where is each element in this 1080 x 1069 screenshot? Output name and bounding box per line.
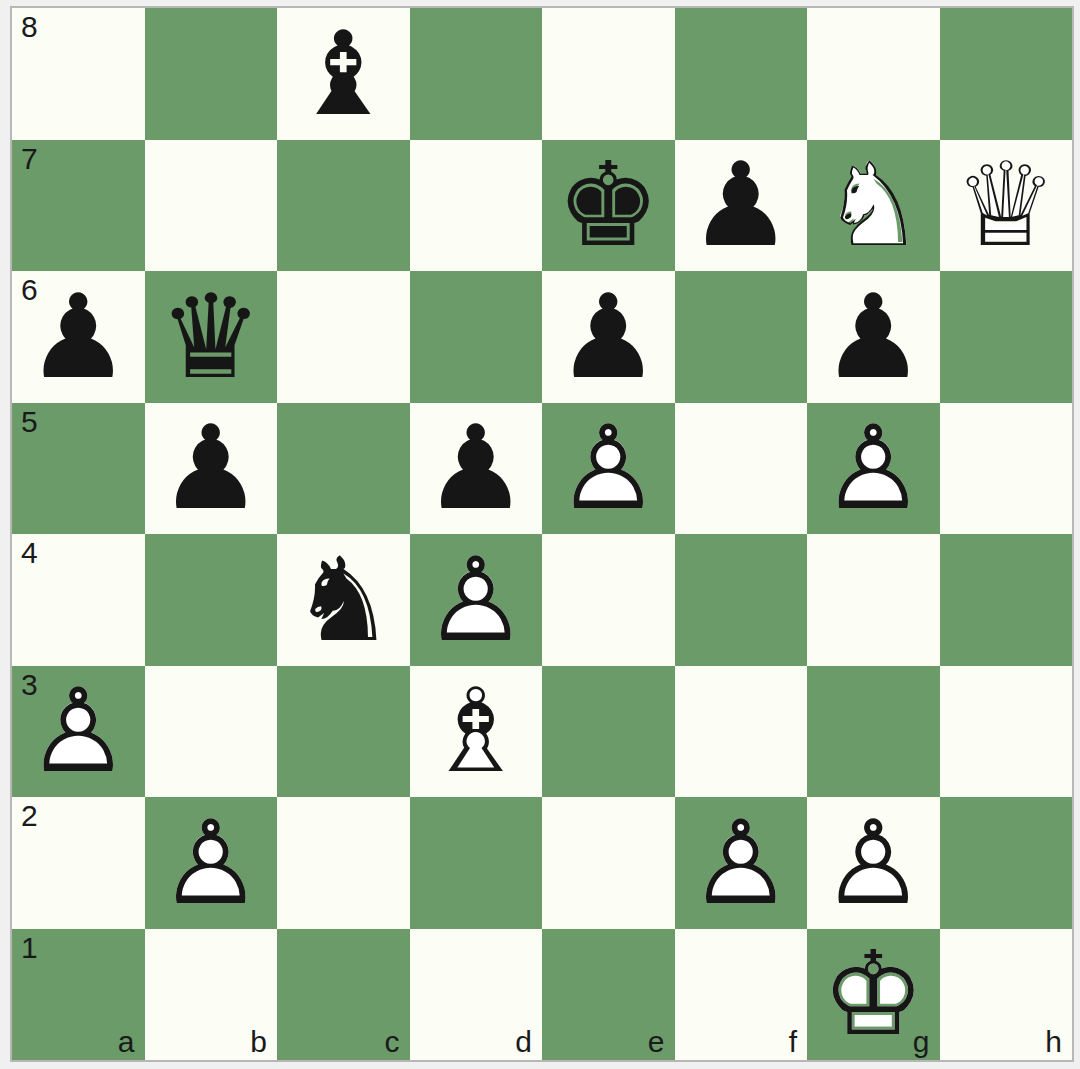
square-a7[interactable]: 7 [12,140,145,272]
square-e2[interactable] [542,797,675,929]
square-b4[interactable] [145,534,278,666]
square-g3[interactable] [807,666,940,798]
piece-black-queen-b6[interactable]: ♛ [145,271,278,403]
square-e6[interactable]: ♟ [542,271,675,403]
square-g5[interactable]: ♟♙ [807,403,940,535]
square-a8[interactable]: 8 [12,8,145,140]
rank-label-7: 7 [21,142,38,175]
pawn-glyph-outline: ♙ [12,666,145,798]
piece-white-pawn-d4[interactable]: ♟♙ [410,534,543,666]
pawn-glyph-outline: ♙ [807,403,940,535]
bishop-glyph: ♝ [277,8,410,140]
pawn-glyph: ♟ [12,271,145,403]
square-c5[interactable] [277,403,410,535]
pawn-glyph-outline: ♙ [145,797,278,929]
rank-label-2: 2 [21,799,38,832]
piece-black-knight-c4[interactable]: ♞ [277,534,410,666]
rank-label-1: 1 [21,931,38,964]
square-f3[interactable] [675,666,808,798]
square-g1[interactable]: g♚♔ [807,929,940,1061]
king-glyph-outline: ♔ [807,929,940,1061]
file-label-c: c [385,1025,400,1058]
queen-glyph-outline: ♕ [940,140,1073,272]
square-g6[interactable]: ♟ [807,271,940,403]
square-a3[interactable]: 3♟♙ [12,666,145,798]
square-b2[interactable]: ♟♙ [145,797,278,929]
square-d4[interactable]: ♟♙ [410,534,543,666]
piece-black-pawn-e6[interactable]: ♟ [542,271,675,403]
rank-label-5: 5 [21,405,38,438]
file-label-e: e [648,1025,665,1058]
file-label-f: f [789,1025,797,1058]
chess-board-grid: 8♝7♚♟♞♘♛♕6♟♛♟♟5♟♟♟♙♟♙4♞♟♙3♟♙♝♗2♟♙♟♙♟♙1ab… [12,8,1072,1060]
square-c3[interactable] [277,666,410,798]
square-f6[interactable] [675,271,808,403]
square-d7[interactable] [410,140,543,272]
square-c2[interactable] [277,797,410,929]
square-e7[interactable]: ♚ [542,140,675,272]
square-b8[interactable] [145,8,278,140]
piece-white-queen-h7[interactable]: ♛♕ [940,140,1073,272]
square-f7[interactable]: ♟ [675,140,808,272]
square-a5[interactable]: 5 [12,403,145,535]
piece-black-pawn-d5[interactable]: ♟ [410,403,543,535]
square-d6[interactable] [410,271,543,403]
square-e5[interactable]: ♟♙ [542,403,675,535]
piece-black-pawn-g6[interactable]: ♟ [807,271,940,403]
queen-glyph: ♛ [145,271,278,403]
bishop-glyph-outline: ♗ [410,666,543,798]
square-d1[interactable]: d [410,929,543,1061]
file-label-h: h [1045,1025,1062,1058]
square-c1[interactable]: c [277,929,410,1061]
piece-white-pawn-a3[interactable]: ♟♙ [12,666,145,798]
square-g2[interactable]: ♟♙ [807,797,940,929]
square-d2[interactable] [410,797,543,929]
file-label-b: b [250,1025,267,1058]
pawn-glyph: ♟ [542,271,675,403]
pawn-glyph-outline: ♙ [410,534,543,666]
square-h2[interactable] [940,797,1073,929]
square-d8[interactable] [410,8,543,140]
square-c4[interactable]: ♞ [277,534,410,666]
pawn-glyph: ♟ [675,140,808,272]
square-a2[interactable]: 2 [12,797,145,929]
piece-black-bishop-c8[interactable]: ♝ [277,8,410,140]
piece-white-pawn-e5[interactable]: ♟♙ [542,403,675,535]
square-e1[interactable]: e [542,929,675,1061]
square-b5[interactable]: ♟ [145,403,278,535]
square-f5[interactable] [675,403,808,535]
pawn-glyph-outline: ♙ [542,403,675,535]
piece-white-pawn-g2[interactable]: ♟♙ [807,797,940,929]
square-h7[interactable]: ♛♕ [940,140,1073,272]
knight-glyph-outline: ♘ [807,140,940,272]
piece-white-king-g1[interactable]: ♚♔ [807,929,940,1061]
piece-white-bishop-d3[interactable]: ♝♗ [410,666,543,798]
pawn-glyph-outline: ♙ [675,797,808,929]
file-label-a: a [118,1025,135,1058]
pawn-glyph: ♟ [807,271,940,403]
pawn-glyph: ♟ [410,403,543,535]
pawn-glyph: ♟ [145,403,278,535]
square-f1[interactable]: f [675,929,808,1061]
pawn-glyph-outline: ♙ [807,797,940,929]
piece-white-knight-g7[interactable]: ♞♘ [807,140,940,272]
chess-board: 8♝7♚♟♞♘♛♕6♟♛♟♟5♟♟♟♙♟♙4♞♟♙3♟♙♝♗2♟♙♟♙♟♙1ab… [10,6,1074,1062]
square-c7[interactable] [277,140,410,272]
square-f4[interactable] [675,534,808,666]
piece-black-pawn-f7[interactable]: ♟ [675,140,808,272]
square-b3[interactable] [145,666,278,798]
piece-black-pawn-a6[interactable]: ♟ [12,271,145,403]
square-h8[interactable] [940,8,1073,140]
square-h6[interactable] [940,271,1073,403]
square-e3[interactable] [542,666,675,798]
square-g4[interactable] [807,534,940,666]
square-b7[interactable] [145,140,278,272]
square-a1[interactable]: 1a [12,929,145,1061]
square-b1[interactable]: b [145,929,278,1061]
rank-label-4: 4 [21,536,38,569]
king-glyph: ♚ [542,140,675,272]
square-g8[interactable] [807,8,940,140]
piece-white-pawn-g5[interactable]: ♟♙ [807,403,940,535]
square-g7[interactable]: ♞♘ [807,140,940,272]
square-f8[interactable] [675,8,808,140]
piece-white-pawn-b2[interactable]: ♟♙ [145,797,278,929]
file-label-d: d [515,1025,532,1058]
square-h5[interactable] [940,403,1073,535]
square-e4[interactable] [542,534,675,666]
piece-white-pawn-f2[interactable]: ♟♙ [675,797,808,929]
square-h3[interactable] [940,666,1073,798]
square-h1[interactable]: h [940,929,1073,1061]
square-d3[interactable]: ♝♗ [410,666,543,798]
square-f2[interactable]: ♟♙ [675,797,808,929]
square-e8[interactable] [542,8,675,140]
square-c8[interactable]: ♝ [277,8,410,140]
knight-glyph: ♞ [277,534,410,666]
square-b6[interactable]: ♛ [145,271,278,403]
rank-label-8: 8 [21,10,38,43]
piece-black-king-e7[interactable]: ♚ [542,140,675,272]
piece-black-pawn-b5[interactable]: ♟ [145,403,278,535]
square-d5[interactable]: ♟ [410,403,543,535]
square-a4[interactable]: 4 [12,534,145,666]
square-h4[interactable] [940,534,1073,666]
square-c6[interactable] [277,271,410,403]
square-a6[interactable]: 6♟ [12,271,145,403]
